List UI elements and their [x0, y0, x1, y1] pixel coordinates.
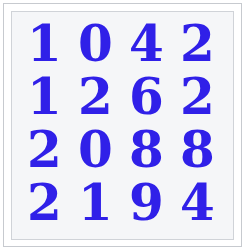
grid-cell: 0 — [70, 123, 121, 176]
grid-cell: 0 — [70, 17, 121, 70]
grid-cell: 2 — [19, 176, 70, 229]
grid-cell: 8 — [121, 123, 172, 176]
number-grid: 1 0 4 2 1 2 6 2 2 0 8 8 2 1 9 4 — [19, 17, 233, 229]
grid-cell: 6 — [121, 70, 172, 123]
grid-cell: 2 — [19, 123, 70, 176]
grid-cell: 2 — [70, 70, 121, 123]
outer-frame: 1 0 4 2 1 2 6 2 2 0 8 8 2 1 9 4 — [3, 3, 242, 247]
board-panel: 1 0 4 2 1 2 6 2 2 0 8 8 2 1 9 4 — [11, 11, 234, 240]
grid-cell: 2 — [172, 70, 223, 123]
grid-cell: 4 — [172, 176, 223, 229]
grid-cell: 1 — [70, 176, 121, 229]
grid-cell: 1 — [19, 17, 70, 70]
grid-cell: 4 — [121, 17, 172, 70]
grid-cell: 8 — [172, 123, 223, 176]
grid-cell: 2 — [172, 17, 223, 70]
grid-cell: 1 — [19, 70, 70, 123]
puzzle-image: 1 0 4 2 1 2 6 2 2 0 8 8 2 1 9 4 — [0, 0, 246, 251]
grid-cell: 9 — [121, 176, 172, 229]
